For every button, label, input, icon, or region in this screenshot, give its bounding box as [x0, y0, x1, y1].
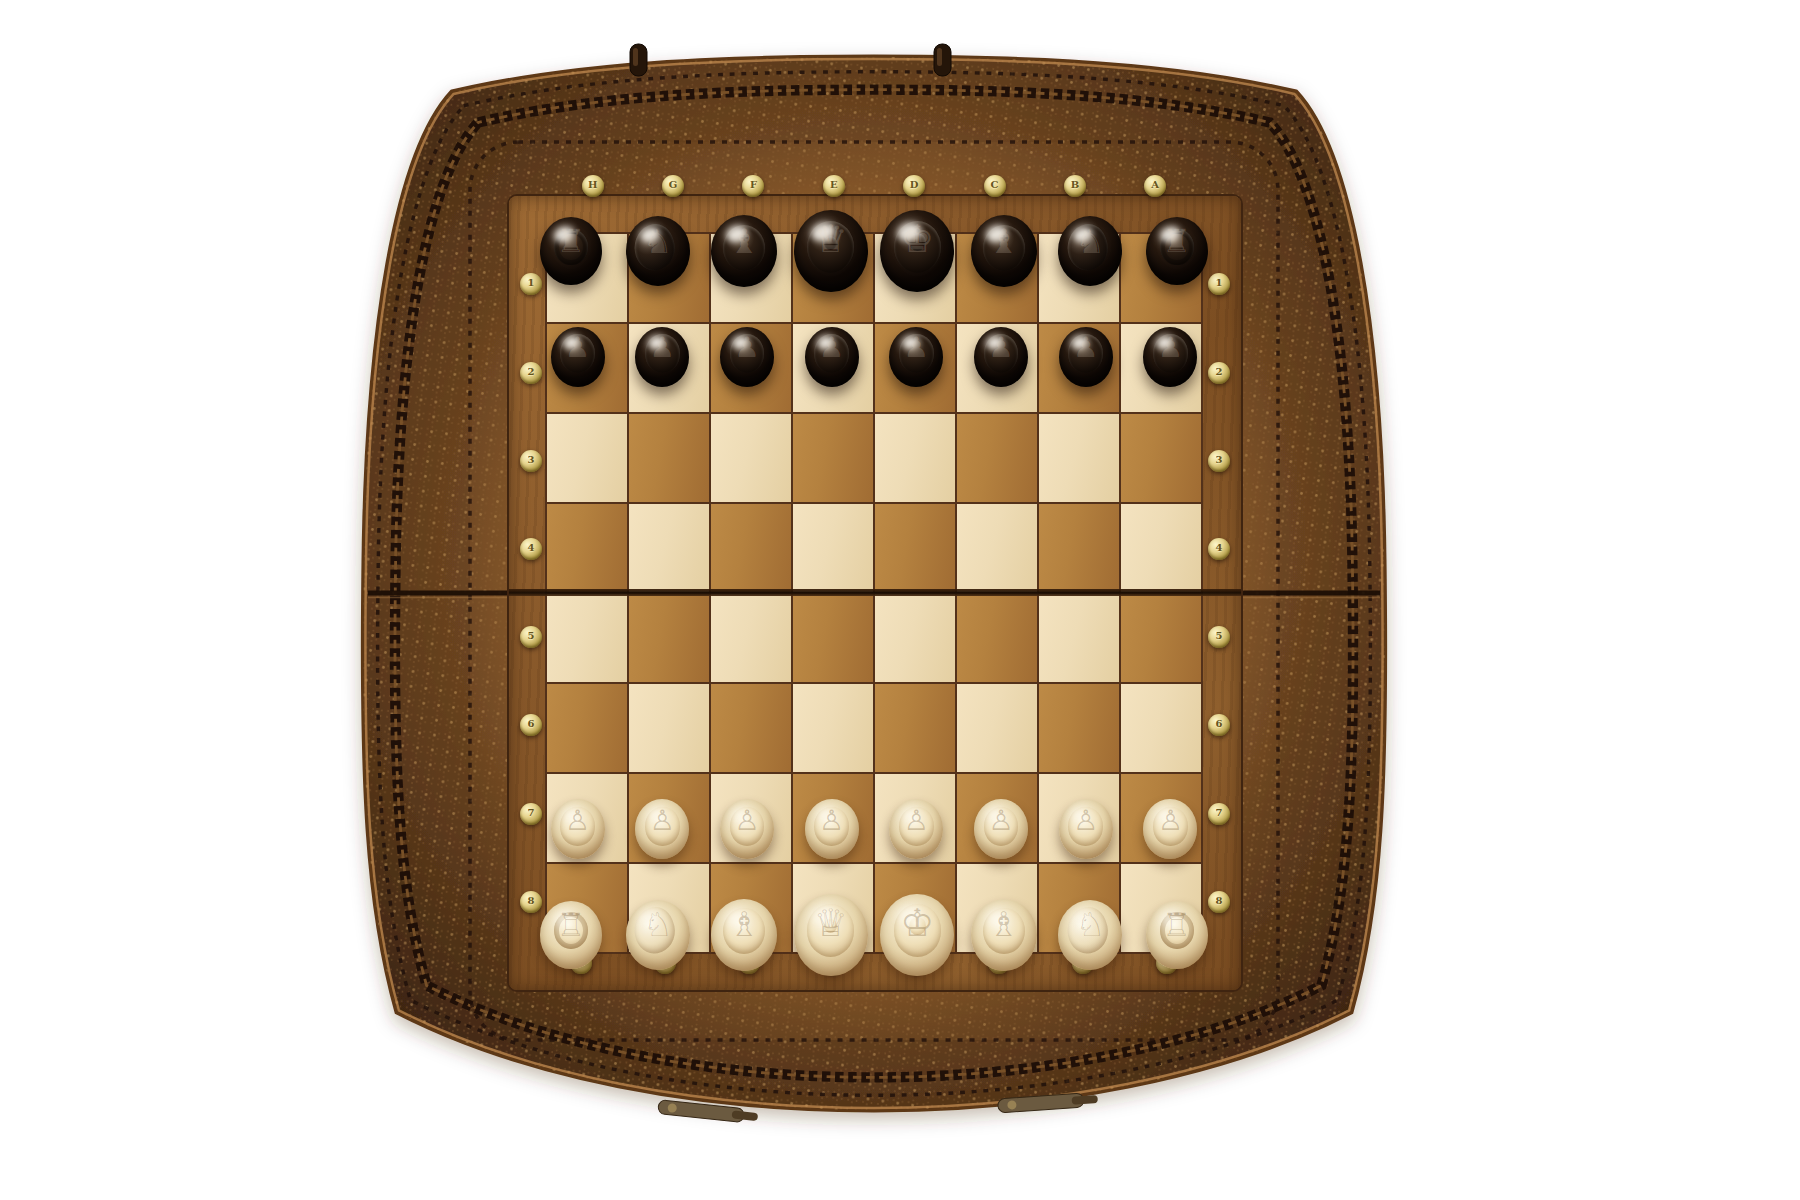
pin-label: H: [582, 179, 604, 190]
pin-label: D: [903, 179, 925, 190]
piece-glyph: ♝: [711, 224, 777, 258]
piece-white-knight-b1[interactable]: ♘: [626, 900, 690, 970]
piece-glyph: ♗: [711, 907, 777, 941]
piece-glyph: ♟: [1059, 334, 1113, 362]
coord-pin-right-7: 7: [1208, 803, 1230, 825]
pin-label: 4: [1208, 542, 1230, 553]
coord-pin-left-3: 3: [520, 450, 542, 472]
fold-seam: [509, 589, 1241, 596]
chess-case-photo: ♜♞♝♛♚♝♞♜♟♟♟♟♟♟♟♟♙♙♙♙♙♙♙♙♖♘♗♕♔♗♘♖HHGGFFEE…: [0, 0, 1800, 1200]
piece-black-knight-b8[interactable]: ♞: [626, 216, 690, 286]
square-c4[interactable]: [711, 594, 791, 682]
piece-black-pawn-a7[interactable]: ♟: [551, 327, 605, 387]
piece-glyph: ♖: [1146, 909, 1208, 941]
piece-black-pawn-h7[interactable]: ♟: [1143, 327, 1197, 387]
square-d4[interactable]: [793, 594, 873, 682]
square-a3[interactable]: [547, 684, 627, 772]
square-c6[interactable]: [711, 414, 791, 502]
square-a4[interactable]: [547, 594, 627, 682]
coord-pin-top-G: G: [662, 175, 684, 197]
piece-white-pawn-f2[interactable]: ♙: [974, 799, 1028, 859]
coord-pin-right-4: 4: [1208, 538, 1230, 560]
coord-pin-right-2: 2: [1208, 362, 1230, 384]
piece-white-knight-g1[interactable]: ♘: [1058, 900, 1122, 970]
square-e6[interactable]: [875, 414, 955, 502]
piece-black-bishop-f8[interactable]: ♝: [971, 215, 1037, 287]
square-a6[interactable]: [547, 414, 627, 502]
pin-label: A: [1144, 179, 1166, 190]
coord-pin-top-H: H: [582, 175, 604, 197]
piece-white-pawn-d2[interactable]: ♙: [805, 799, 859, 859]
coord-pin-left-7: 7: [520, 803, 542, 825]
coord-pin-top-B: B: [1064, 175, 1086, 197]
coord-pin-left-2: 2: [520, 362, 542, 384]
square-h5[interactable]: [1121, 504, 1201, 592]
coord-pin-top-C: C: [984, 175, 1006, 197]
coord-pin-right-8: 8: [1208, 891, 1230, 913]
piece-white-bishop-c1[interactable]: ♗: [711, 899, 777, 971]
piece-glyph: ♙: [1143, 807, 1197, 835]
square-f6[interactable]: [957, 414, 1037, 502]
pin-label: 8: [1208, 895, 1230, 906]
pin-label: 7: [520, 807, 542, 818]
piece-glyph: ♙: [635, 807, 689, 835]
piece-glyph: ♛: [794, 220, 868, 258]
pin-label: 6: [520, 718, 542, 729]
square-h4[interactable]: [1121, 594, 1201, 682]
coord-pin-right-5: 5: [1208, 626, 1230, 648]
pin-label: 5: [1208, 630, 1230, 641]
piece-glyph: ♚: [880, 220, 954, 258]
piece-glyph: ♕: [794, 904, 868, 942]
pin-label: E: [823, 179, 845, 190]
pin-label: 6: [1208, 718, 1230, 729]
piece-black-pawn-b7[interactable]: ♟: [635, 327, 689, 387]
coord-pin-left-4: 4: [520, 538, 542, 560]
pin-label: 7: [1208, 807, 1230, 818]
piece-glyph: ♟: [805, 334, 859, 362]
piece-glyph: ♟: [1143, 334, 1197, 362]
piece-glyph: ♙: [974, 807, 1028, 835]
piece-glyph: ♘: [626, 908, 690, 941]
piece-black-pawn-c7[interactable]: ♟: [720, 327, 774, 387]
piece-glyph: ♖: [540, 909, 602, 941]
pin-label: 2: [520, 366, 542, 377]
square-a5[interactable]: [547, 504, 627, 592]
piece-black-pawn-d7[interactable]: ♟: [805, 327, 859, 387]
square-e4[interactable]: [875, 594, 955, 682]
piece-glyph: ♜: [540, 225, 602, 257]
piece-black-pawn-e7[interactable]: ♟: [889, 327, 943, 387]
piece-glyph: ♙: [1059, 807, 1113, 835]
pin-label: 4: [520, 542, 542, 553]
pin-label: 1: [520, 277, 542, 288]
square-h3[interactable]: [1121, 684, 1201, 772]
square-b6[interactable]: [629, 414, 709, 502]
piece-white-queen-d1[interactable]: ♕: [794, 894, 868, 976]
coord-pin-right-3: 3: [1208, 450, 1230, 472]
pin-label: 5: [520, 630, 542, 641]
pin-label: 8: [520, 895, 542, 906]
piece-black-king-e8[interactable]: ♚: [880, 210, 954, 292]
piece-glyph: ♝: [971, 224, 1037, 258]
piece-white-pawn-c2[interactable]: ♙: [720, 799, 774, 859]
piece-glyph: ♟: [974, 334, 1028, 362]
piece-white-pawn-a2[interactable]: ♙: [551, 799, 605, 859]
coord-pin-top-D: D: [903, 175, 925, 197]
piece-black-pawn-f7[interactable]: ♟: [974, 327, 1028, 387]
piece-glyph: ♙: [720, 807, 774, 835]
coord-pin-top-E: E: [823, 175, 845, 197]
pin-label: 1: [1208, 277, 1230, 288]
piece-glyph: ♞: [626, 225, 690, 258]
piece-glyph: ♟: [720, 334, 774, 362]
piece-white-king-e1[interactable]: ♔: [880, 894, 954, 976]
square-d6[interactable]: [793, 414, 873, 502]
pin-label: 3: [520, 454, 542, 465]
piece-glyph: ♟: [635, 334, 689, 362]
piece-glyph: ♔: [880, 904, 954, 942]
piece-glyph: ♞: [1058, 225, 1122, 258]
piece-glyph: ♜: [1146, 225, 1208, 257]
piece-white-bishop-f1[interactable]: ♗: [971, 899, 1037, 971]
pin-label: G: [662, 179, 684, 190]
square-g3[interactable]: [1039, 684, 1119, 772]
square-b3[interactable]: [629, 684, 709, 772]
piece-white-pawn-b2[interactable]: ♙: [635, 799, 689, 859]
square-g6[interactable]: [1039, 414, 1119, 502]
piece-white-pawn-h2[interactable]: ♙: [1143, 799, 1197, 859]
piece-white-pawn-g2[interactable]: ♙: [1059, 799, 1113, 859]
pin-label: C: [984, 179, 1006, 190]
piece-black-rook-h8[interactable]: ♜: [1146, 217, 1208, 285]
square-f4[interactable]: [957, 594, 1037, 682]
square-d5[interactable]: [793, 504, 873, 592]
square-h6[interactable]: [1121, 414, 1201, 502]
coord-pin-left-8: 8: [520, 891, 542, 913]
pin-label: 3: [1208, 454, 1230, 465]
piece-white-pawn-e2[interactable]: ♙: [889, 799, 943, 859]
square-f3[interactable]: [957, 684, 1037, 772]
piece-white-rook-h1[interactable]: ♖: [1146, 901, 1208, 969]
piece-glyph: ♟: [889, 334, 943, 362]
piece-glyph: ♙: [889, 807, 943, 835]
piece-black-rook-a8[interactable]: ♜: [540, 217, 602, 285]
piece-glyph: ♗: [971, 907, 1037, 941]
square-f5[interactable]: [957, 504, 1037, 592]
square-c5[interactable]: [711, 504, 791, 592]
piece-black-knight-g8[interactable]: ♞: [1058, 216, 1122, 286]
square-c3[interactable]: [711, 684, 791, 772]
piece-white-rook-a1[interactable]: ♖: [540, 901, 602, 969]
square-g5[interactable]: [1039, 504, 1119, 592]
piece-black-queen-d8[interactable]: ♛: [794, 210, 868, 292]
coord-pin-left-5: 5: [520, 626, 542, 648]
piece-glyph: ♙: [805, 807, 859, 835]
piece-glyph: ♟: [551, 334, 605, 362]
pin-label: B: [1064, 179, 1086, 190]
piece-black-bishop-c8[interactable]: ♝: [711, 215, 777, 287]
pin-label: F: [742, 179, 764, 190]
square-b4[interactable]: [629, 594, 709, 682]
piece-black-pawn-g7[interactable]: ♟: [1059, 327, 1113, 387]
square-g4[interactable]: [1039, 594, 1119, 682]
piece-glyph: ♙: [551, 807, 605, 835]
pin-label: 2: [1208, 366, 1230, 377]
square-d3[interactable]: [793, 684, 873, 772]
square-e5[interactable]: [875, 504, 955, 592]
square-b5[interactable]: [629, 504, 709, 592]
piece-glyph: ♘: [1058, 908, 1122, 941]
square-e3[interactable]: [875, 684, 955, 772]
